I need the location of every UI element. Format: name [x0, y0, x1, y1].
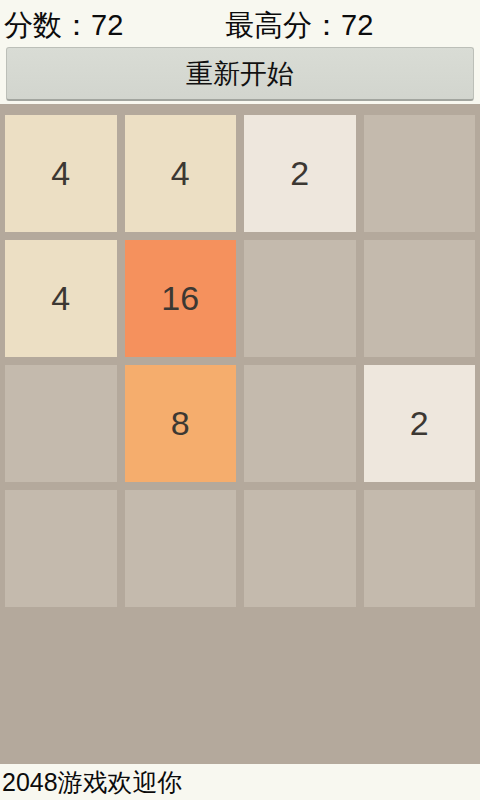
- tile-4: 4: [125, 115, 237, 232]
- score-label: 分数：72: [4, 6, 123, 46]
- board-grid: 44241682: [5, 115, 475, 607]
- best-score-label: 最高分：72: [225, 6, 373, 46]
- restart-button[interactable]: 重新开始: [6, 47, 474, 101]
- tile-4: 4: [5, 115, 117, 232]
- tile-4: 4: [5, 240, 117, 357]
- tile-2: 2: [364, 365, 476, 482]
- tile-2: 2: [244, 115, 356, 232]
- cell-empty: [364, 240, 476, 357]
- tile-16: 16: [125, 240, 237, 357]
- cell-empty: [364, 490, 476, 607]
- game-board[interactable]: 44241682: [0, 104, 480, 764]
- status-bar: 2048游戏欢迎你: [0, 764, 480, 800]
- cell-empty: [364, 115, 476, 232]
- welcome-text: 2048游戏欢迎你: [0, 766, 183, 799]
- cell-empty: [244, 240, 356, 357]
- cell-empty: [244, 365, 356, 482]
- cell-empty: [5, 490, 117, 607]
- tile-8: 8: [125, 365, 237, 482]
- app-screen: 分数：72 最高分：72 重新开始 44241682 2048游戏欢迎你: [0, 0, 480, 800]
- cell-empty: [5, 365, 117, 482]
- cell-empty: [125, 490, 237, 607]
- header: 分数：72 最高分：72 重新开始: [0, 0, 480, 104]
- cell-empty: [244, 490, 356, 607]
